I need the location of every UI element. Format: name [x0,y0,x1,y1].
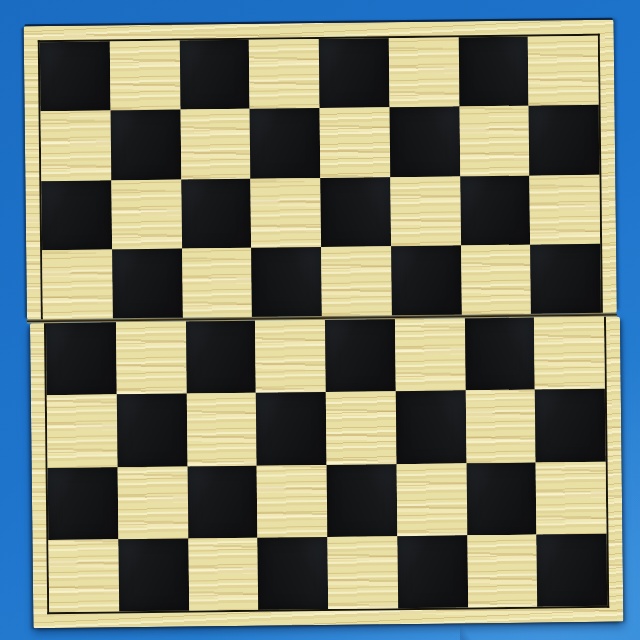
square-h6[interactable] [530,174,601,244]
square-c4[interactable] [185,321,256,394]
square-d1[interactable] [258,537,329,610]
square-g2[interactable] [466,462,537,535]
square-b7[interactable] [110,110,181,180]
square-d3[interactable] [256,392,327,465]
square-g7[interactable] [459,106,530,176]
square-b3[interactable] [117,394,188,467]
square-h1[interactable] [537,534,608,607]
board-bottom-half [30,317,623,629]
square-c3[interactable] [186,393,257,466]
square-e7[interactable] [320,107,391,177]
square-a3[interactable] [47,395,118,468]
square-c1[interactable] [188,537,259,610]
square-d5[interactable] [251,247,322,317]
square-b6[interactable] [111,179,182,249]
square-g6[interactable] [460,175,531,245]
square-c5[interactable] [182,248,253,318]
square-e5[interactable] [321,246,392,316]
square-a2[interactable] [48,467,119,540]
square-c2[interactable] [187,465,258,538]
board-top-half [24,20,617,320]
square-f3[interactable] [396,391,467,464]
square-c6[interactable] [181,178,252,248]
square-e6[interactable] [320,177,391,247]
square-e2[interactable] [327,464,398,537]
square-h4[interactable] [534,317,605,390]
square-g8[interactable] [458,37,529,107]
square-b5[interactable] [112,248,183,318]
square-d7[interactable] [250,108,321,178]
square-h3[interactable] [535,389,606,462]
square-f1[interactable] [397,535,468,608]
square-d4[interactable] [255,320,326,393]
square-a1[interactable] [48,539,119,612]
board-top-half-grid [38,34,603,319]
square-a4[interactable] [46,322,117,395]
board-bottom-half-grid [44,317,609,614]
square-a5[interactable] [42,249,113,319]
square-e1[interactable] [327,536,398,609]
square-h8[interactable] [528,36,599,106]
square-g4[interactable] [464,318,535,391]
square-f6[interactable] [390,176,461,246]
square-h2[interactable] [536,461,607,534]
square-f4[interactable] [395,318,466,391]
photo-background [0,0,640,640]
square-e3[interactable] [326,391,397,464]
square-g3[interactable] [465,390,536,463]
square-g5[interactable] [461,244,532,314]
square-e8[interactable] [319,38,390,108]
square-g1[interactable] [467,534,538,607]
square-d8[interactable] [249,39,320,109]
square-c8[interactable] [179,40,250,110]
square-h5[interactable] [530,244,601,314]
square-b2[interactable] [117,466,188,539]
square-f7[interactable] [389,107,460,177]
square-a8[interactable] [40,41,111,111]
square-h7[interactable] [529,105,600,175]
square-b1[interactable] [118,538,189,611]
square-d6[interactable] [251,178,322,248]
square-a7[interactable] [41,111,112,181]
square-f2[interactable] [396,463,467,536]
square-f8[interactable] [389,37,460,107]
square-b8[interactable] [110,41,181,111]
square-b4[interactable] [116,322,187,395]
square-d2[interactable] [257,464,328,537]
square-a6[interactable] [41,180,112,250]
chess-board [24,20,621,629]
square-c7[interactable] [180,109,251,179]
square-f5[interactable] [391,245,462,315]
square-e4[interactable] [325,319,396,392]
